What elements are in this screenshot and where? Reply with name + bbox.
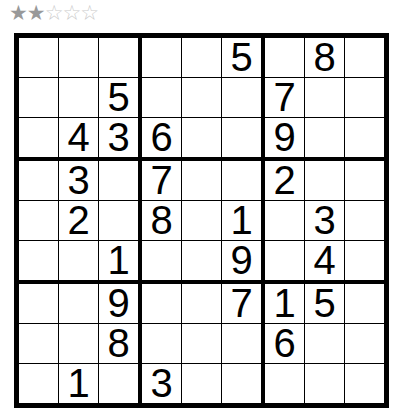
- cell-r1c2[interactable]: [59, 38, 99, 78]
- cell-r3c2[interactable]: 4: [59, 118, 99, 161]
- cell-r5c1[interactable]: [19, 201, 59, 241]
- cell-r9c4[interactable]: 3: [142, 364, 182, 403]
- cell-r6c7[interactable]: [265, 241, 305, 284]
- cell-r5c3[interactable]: [99, 201, 142, 241]
- cell-r5c2[interactable]: 2: [59, 201, 99, 241]
- cell-r3c7[interactable]: 9: [265, 118, 305, 161]
- cell-r4c7[interactable]: 2: [265, 161, 305, 201]
- cell-r1c8[interactable]: 8: [305, 38, 345, 78]
- cell-r5c8[interactable]: 3: [305, 201, 345, 241]
- cell-r4c8[interactable]: [305, 161, 345, 201]
- cell-r1c9[interactable]: [345, 38, 384, 78]
- cell-r5c5[interactable]: [182, 201, 222, 241]
- cell-r6c8[interactable]: 4: [305, 241, 345, 284]
- cell-r4c3[interactable]: [99, 161, 142, 201]
- cell-r8c5[interactable]: [182, 324, 222, 364]
- cell-r9c3[interactable]: [99, 364, 142, 403]
- cell-r6c6[interactable]: 9: [222, 241, 265, 284]
- cell-r4c5[interactable]: [182, 161, 222, 201]
- cell-r7c7[interactable]: 1: [265, 284, 305, 324]
- cell-r6c1[interactable]: [19, 241, 59, 284]
- cell-r9c9[interactable]: [345, 364, 384, 403]
- cell-r9c2[interactable]: 1: [59, 364, 99, 403]
- cell-r9c1[interactable]: [19, 364, 59, 403]
- cell-r8c3[interactable]: 8: [99, 324, 142, 364]
- cell-r4c6[interactable]: [222, 161, 265, 201]
- cell-r3c3[interactable]: 3: [99, 118, 142, 161]
- cell-r3c9[interactable]: [345, 118, 384, 161]
- cell-r7c9[interactable]: [345, 284, 384, 324]
- cell-r4c1[interactable]: [19, 161, 59, 201]
- cell-r1c4[interactable]: [142, 38, 182, 78]
- cell-r5c7[interactable]: [265, 201, 305, 241]
- cell-r5c6[interactable]: 1: [222, 201, 265, 241]
- cell-r2c8[interactable]: [305, 78, 345, 118]
- star-icon: ☆: [80, 1, 98, 24]
- cell-r2c6[interactable]: [222, 78, 265, 118]
- cell-r7c6[interactable]: 7: [222, 284, 265, 324]
- cell-r7c5[interactable]: [182, 284, 222, 324]
- cell-r1c5[interactable]: [182, 38, 222, 78]
- star-icon: ☆: [62, 1, 80, 24]
- star-icon: ★: [27, 1, 45, 24]
- cell-r2c5[interactable]: [182, 78, 222, 118]
- cell-r8c6[interactable]: [222, 324, 265, 364]
- cell-r8c1[interactable]: [19, 324, 59, 364]
- cell-r1c7[interactable]: [265, 38, 305, 78]
- cell-r5c9[interactable]: [345, 201, 384, 241]
- cell-r7c8[interactable]: 5: [305, 284, 345, 324]
- cell-r6c9[interactable]: [345, 241, 384, 284]
- cell-r8c8[interactable]: [305, 324, 345, 364]
- cell-r7c3[interactable]: 9: [99, 284, 142, 324]
- cell-r9c8[interactable]: [305, 364, 345, 403]
- cell-r4c2[interactable]: 3: [59, 161, 99, 201]
- cell-r9c5[interactable]: [182, 364, 222, 403]
- cell-r3c8[interactable]: [305, 118, 345, 161]
- cell-r2c9[interactable]: [345, 78, 384, 118]
- cell-r2c4[interactable]: [142, 78, 182, 118]
- cell-r2c1[interactable]: [19, 78, 59, 118]
- cell-r6c2[interactable]: [59, 241, 99, 284]
- star-icon: ★: [9, 1, 27, 24]
- cell-r2c7[interactable]: 7: [265, 78, 305, 118]
- cell-r8c2[interactable]: [59, 324, 99, 364]
- cell-r9c6[interactable]: [222, 364, 265, 403]
- cell-r6c5[interactable]: [182, 241, 222, 284]
- cell-r9c7[interactable]: [265, 364, 305, 403]
- sudoku-board: 58574369372281319497158613: [14, 33, 389, 408]
- cell-r7c2[interactable]: [59, 284, 99, 324]
- cell-r4c4[interactable]: 7: [142, 161, 182, 201]
- cell-r1c3[interactable]: [99, 38, 142, 78]
- cell-r3c1[interactable]: [19, 118, 59, 161]
- cell-r6c3[interactable]: 1: [99, 241, 142, 284]
- cell-r7c1[interactable]: [19, 284, 59, 324]
- cell-r3c5[interactable]: [182, 118, 222, 161]
- cell-r4c9[interactable]: [345, 161, 384, 201]
- cell-r5c4[interactable]: 8: [142, 201, 182, 241]
- cell-r3c4[interactable]: 6: [142, 118, 182, 161]
- cell-r1c1[interactable]: [19, 38, 59, 78]
- cell-r7c4[interactable]: [142, 284, 182, 324]
- cell-r8c4[interactable]: [142, 324, 182, 364]
- cell-r3c6[interactable]: [222, 118, 265, 161]
- cell-r1c6[interactable]: 5: [222, 38, 265, 78]
- cell-r6c4[interactable]: [142, 241, 182, 284]
- difficulty-rating: ★★☆☆☆: [9, 2, 98, 24]
- cell-r8c9[interactable]: [345, 324, 384, 364]
- cell-r2c3[interactable]: 5: [99, 78, 142, 118]
- cell-r8c7[interactable]: 6: [265, 324, 305, 364]
- cell-r2c2[interactable]: [59, 78, 99, 118]
- star-icon: ☆: [45, 1, 63, 24]
